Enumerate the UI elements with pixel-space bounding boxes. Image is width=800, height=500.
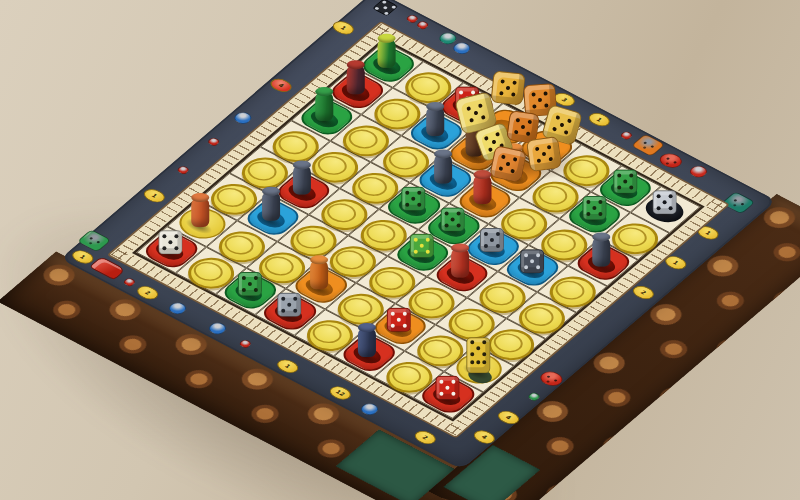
pawn-piece[interactable] xyxy=(378,38,396,68)
chip-spots xyxy=(665,157,669,160)
border-face-chip xyxy=(631,134,666,157)
border-dot xyxy=(206,321,230,337)
die-pips xyxy=(169,240,173,244)
pawn-piece[interactable] xyxy=(426,106,444,136)
die-piece[interactable] xyxy=(401,187,425,211)
die-piece[interactable] xyxy=(387,308,411,332)
chip-spots xyxy=(546,375,550,378)
die-pips xyxy=(530,259,534,263)
die-pips xyxy=(490,238,494,242)
border-dot xyxy=(526,392,541,402)
pawn-piece[interactable] xyxy=(316,91,334,121)
die-piece[interactable] xyxy=(652,190,676,214)
border-black-die xyxy=(372,0,399,16)
border-button: 1 xyxy=(140,187,169,205)
border-button: 1 xyxy=(329,19,358,37)
border-button: 2 xyxy=(411,428,440,446)
pawn-piece[interactable] xyxy=(310,259,328,289)
die-piece[interactable] xyxy=(613,169,637,193)
border-dot xyxy=(687,164,711,180)
dice-pile[interactable] xyxy=(450,55,600,190)
die-pips xyxy=(474,111,479,116)
die-pips xyxy=(662,200,666,204)
die-piece[interactable] xyxy=(441,207,465,231)
die-pips xyxy=(592,206,596,210)
die-piece[interactable] xyxy=(520,249,544,273)
die-pips xyxy=(397,318,401,322)
border-dot xyxy=(415,20,430,30)
die-piece[interactable] xyxy=(238,272,262,296)
border-dot xyxy=(206,137,221,147)
pawn-piece[interactable] xyxy=(192,197,210,227)
die-pips xyxy=(451,217,455,221)
pile-die[interactable] xyxy=(490,70,525,105)
die-pips xyxy=(476,346,480,350)
border-button: 12 xyxy=(326,384,355,402)
border-dot xyxy=(166,300,190,316)
die-pips xyxy=(445,386,449,390)
pawn-piece[interactable] xyxy=(451,248,469,278)
pawn-piece[interactable] xyxy=(592,236,610,266)
die-pips xyxy=(521,125,526,130)
die-pips xyxy=(476,361,480,365)
die-pips xyxy=(506,162,511,167)
border-dot xyxy=(238,339,253,349)
die-piece[interactable] xyxy=(466,337,490,373)
border-button: 2 xyxy=(133,283,162,301)
die-pips xyxy=(542,152,547,157)
die-piece[interactable] xyxy=(435,376,459,400)
border-dot xyxy=(175,165,190,175)
chip-face xyxy=(643,142,647,145)
pawn-piece[interactable] xyxy=(262,191,280,221)
die-piece[interactable] xyxy=(277,293,301,317)
die-pips xyxy=(248,282,252,286)
die-pips xyxy=(411,197,415,201)
die-piece[interactable] xyxy=(410,234,434,258)
die-pips xyxy=(382,5,388,9)
board-game-scene: 3114111241211224 xyxy=(0,0,800,500)
die-pips xyxy=(506,86,510,90)
die-pips xyxy=(623,179,627,183)
pile-die[interactable] xyxy=(526,136,562,172)
pawn-piece[interactable] xyxy=(293,165,311,195)
die-piece[interactable] xyxy=(582,196,606,220)
die-pips xyxy=(420,244,424,248)
pile-die[interactable] xyxy=(489,145,527,183)
border-dot xyxy=(231,110,255,126)
die-pips xyxy=(491,139,496,144)
chip-face xyxy=(89,237,93,240)
die-piece[interactable] xyxy=(159,230,183,254)
pawn-piece[interactable] xyxy=(358,327,376,357)
border-button: 4 xyxy=(267,76,296,94)
border-dot xyxy=(619,130,634,140)
border-dot xyxy=(358,401,382,417)
die-pips xyxy=(560,123,565,128)
border-button: 1 xyxy=(273,357,302,375)
pawn-piece[interactable] xyxy=(347,64,365,94)
die-pips xyxy=(287,303,291,307)
chip-face xyxy=(733,199,737,202)
border-dot xyxy=(122,277,137,287)
die-pips xyxy=(538,98,542,102)
die-piece[interactable] xyxy=(480,228,504,252)
